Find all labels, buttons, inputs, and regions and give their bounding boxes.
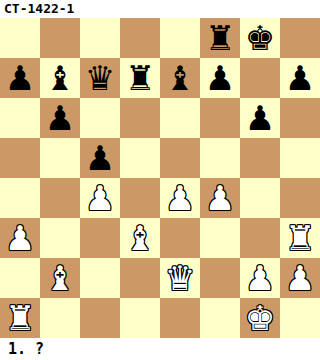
square-g6[interactable]: ♟: [240, 98, 280, 138]
square-h1[interactable]: [280, 298, 320, 338]
square-f1[interactable]: [200, 298, 240, 338]
square-c4[interactable]: ♟: [80, 178, 120, 218]
square-e6[interactable]: [160, 98, 200, 138]
white-pawn-h2[interactable]: ♟: [285, 258, 315, 298]
square-d2[interactable]: [120, 258, 160, 298]
square-h8[interactable]: [280, 18, 320, 58]
square-b7[interactable]: ♝: [40, 58, 80, 98]
square-d5[interactable]: [120, 138, 160, 178]
square-b6[interactable]: ♟: [40, 98, 80, 138]
square-c8[interactable]: [80, 18, 120, 58]
square-f4[interactable]: ♟: [200, 178, 240, 218]
square-a7[interactable]: ♟: [0, 58, 40, 98]
square-e8[interactable]: [160, 18, 200, 58]
black-pawn-c5[interactable]: ♟: [85, 138, 115, 178]
black-bishop-b7[interactable]: ♝: [45, 58, 75, 98]
square-a2[interactable]: [0, 258, 40, 298]
square-g5[interactable]: [240, 138, 280, 178]
square-e7[interactable]: ♝: [160, 58, 200, 98]
square-d3[interactable]: ♝: [120, 218, 160, 258]
square-e4[interactable]: ♟: [160, 178, 200, 218]
square-b5[interactable]: [40, 138, 80, 178]
square-e2[interactable]: ♛: [160, 258, 200, 298]
square-g7[interactable]: [240, 58, 280, 98]
square-c7[interactable]: ♛: [80, 58, 120, 98]
square-d6[interactable]: [120, 98, 160, 138]
square-c6[interactable]: [80, 98, 120, 138]
black-king-g8[interactable]: ♚: [245, 18, 275, 58]
white-rook-a1[interactable]: ♜: [5, 298, 35, 338]
black-pawn-b6[interactable]: ♟: [45, 98, 75, 138]
square-f2[interactable]: [200, 258, 240, 298]
black-pawn-a7[interactable]: ♟: [5, 58, 35, 98]
square-d4[interactable]: [120, 178, 160, 218]
square-b8[interactable]: [40, 18, 80, 58]
square-f7[interactable]: ♟: [200, 58, 240, 98]
white-bishop-b2[interactable]: ♝: [45, 258, 75, 298]
square-f3[interactable]: [200, 218, 240, 258]
square-c2[interactable]: [80, 258, 120, 298]
square-b4[interactable]: [40, 178, 80, 218]
square-d8[interactable]: [120, 18, 160, 58]
square-h4[interactable]: [280, 178, 320, 218]
square-c1[interactable]: [80, 298, 120, 338]
white-bishop-d3[interactable]: ♝: [125, 218, 155, 258]
square-g3[interactable]: [240, 218, 280, 258]
square-a3[interactable]: ♟: [0, 218, 40, 258]
white-rook-h3[interactable]: ♜: [285, 218, 315, 258]
square-d1[interactable]: [120, 298, 160, 338]
square-f5[interactable]: [200, 138, 240, 178]
black-pawn-f7[interactable]: ♟: [205, 58, 235, 98]
square-e3[interactable]: [160, 218, 200, 258]
white-king-g1[interactable]: ♚: [245, 298, 275, 338]
square-c5[interactable]: ♟: [80, 138, 120, 178]
square-a5[interactable]: [0, 138, 40, 178]
square-h7[interactable]: ♟: [280, 58, 320, 98]
white-pawn-g2[interactable]: ♟: [245, 258, 275, 298]
square-f6[interactable]: [200, 98, 240, 138]
black-queen-c7[interactable]: ♛: [85, 58, 115, 98]
white-queen-e2[interactable]: ♛: [165, 258, 195, 298]
square-h2[interactable]: ♟: [280, 258, 320, 298]
square-g8[interactable]: ♚: [240, 18, 280, 58]
square-b1[interactable]: [40, 298, 80, 338]
square-a6[interactable]: [0, 98, 40, 138]
black-pawn-h7[interactable]: ♟: [285, 58, 315, 98]
square-a8[interactable]: [0, 18, 40, 58]
chess-board: ♜♚♟♝♛♜♝♟♟♟♟♟♟♟♟♟♝♜♝♛♟♟♜♚: [0, 18, 320, 338]
white-pawn-c4[interactable]: ♟: [85, 178, 115, 218]
square-g1[interactable]: ♚: [240, 298, 280, 338]
square-a4[interactable]: [0, 178, 40, 218]
title-bar: CT-1422-1: [0, 0, 320, 18]
white-pawn-a3[interactable]: ♟: [5, 218, 35, 258]
footer-bar: 1. ?: [0, 338, 320, 360]
square-c3[interactable]: [80, 218, 120, 258]
move-prompt: 1. ?: [8, 340, 44, 358]
diagram-title: CT-1422-1: [4, 0, 74, 18]
black-bishop-e7[interactable]: ♝: [165, 58, 195, 98]
square-h3[interactable]: ♜: [280, 218, 320, 258]
square-e1[interactable]: [160, 298, 200, 338]
square-h5[interactable]: [280, 138, 320, 178]
square-g2[interactable]: ♟: [240, 258, 280, 298]
black-rook-f8[interactable]: ♜: [205, 18, 235, 58]
black-rook-d7[interactable]: ♜: [125, 58, 155, 98]
white-pawn-f4[interactable]: ♟: [205, 178, 235, 218]
square-a1[interactable]: ♜: [0, 298, 40, 338]
square-f8[interactable]: ♜: [200, 18, 240, 58]
square-d7[interactable]: ♜: [120, 58, 160, 98]
square-b3[interactable]: [40, 218, 80, 258]
black-pawn-g6[interactable]: ♟: [245, 98, 275, 138]
square-g4[interactable]: [240, 178, 280, 218]
square-h6[interactable]: [280, 98, 320, 138]
white-pawn-e4[interactable]: ♟: [165, 178, 195, 218]
square-e5[interactable]: [160, 138, 200, 178]
square-b2[interactable]: ♝: [40, 258, 80, 298]
